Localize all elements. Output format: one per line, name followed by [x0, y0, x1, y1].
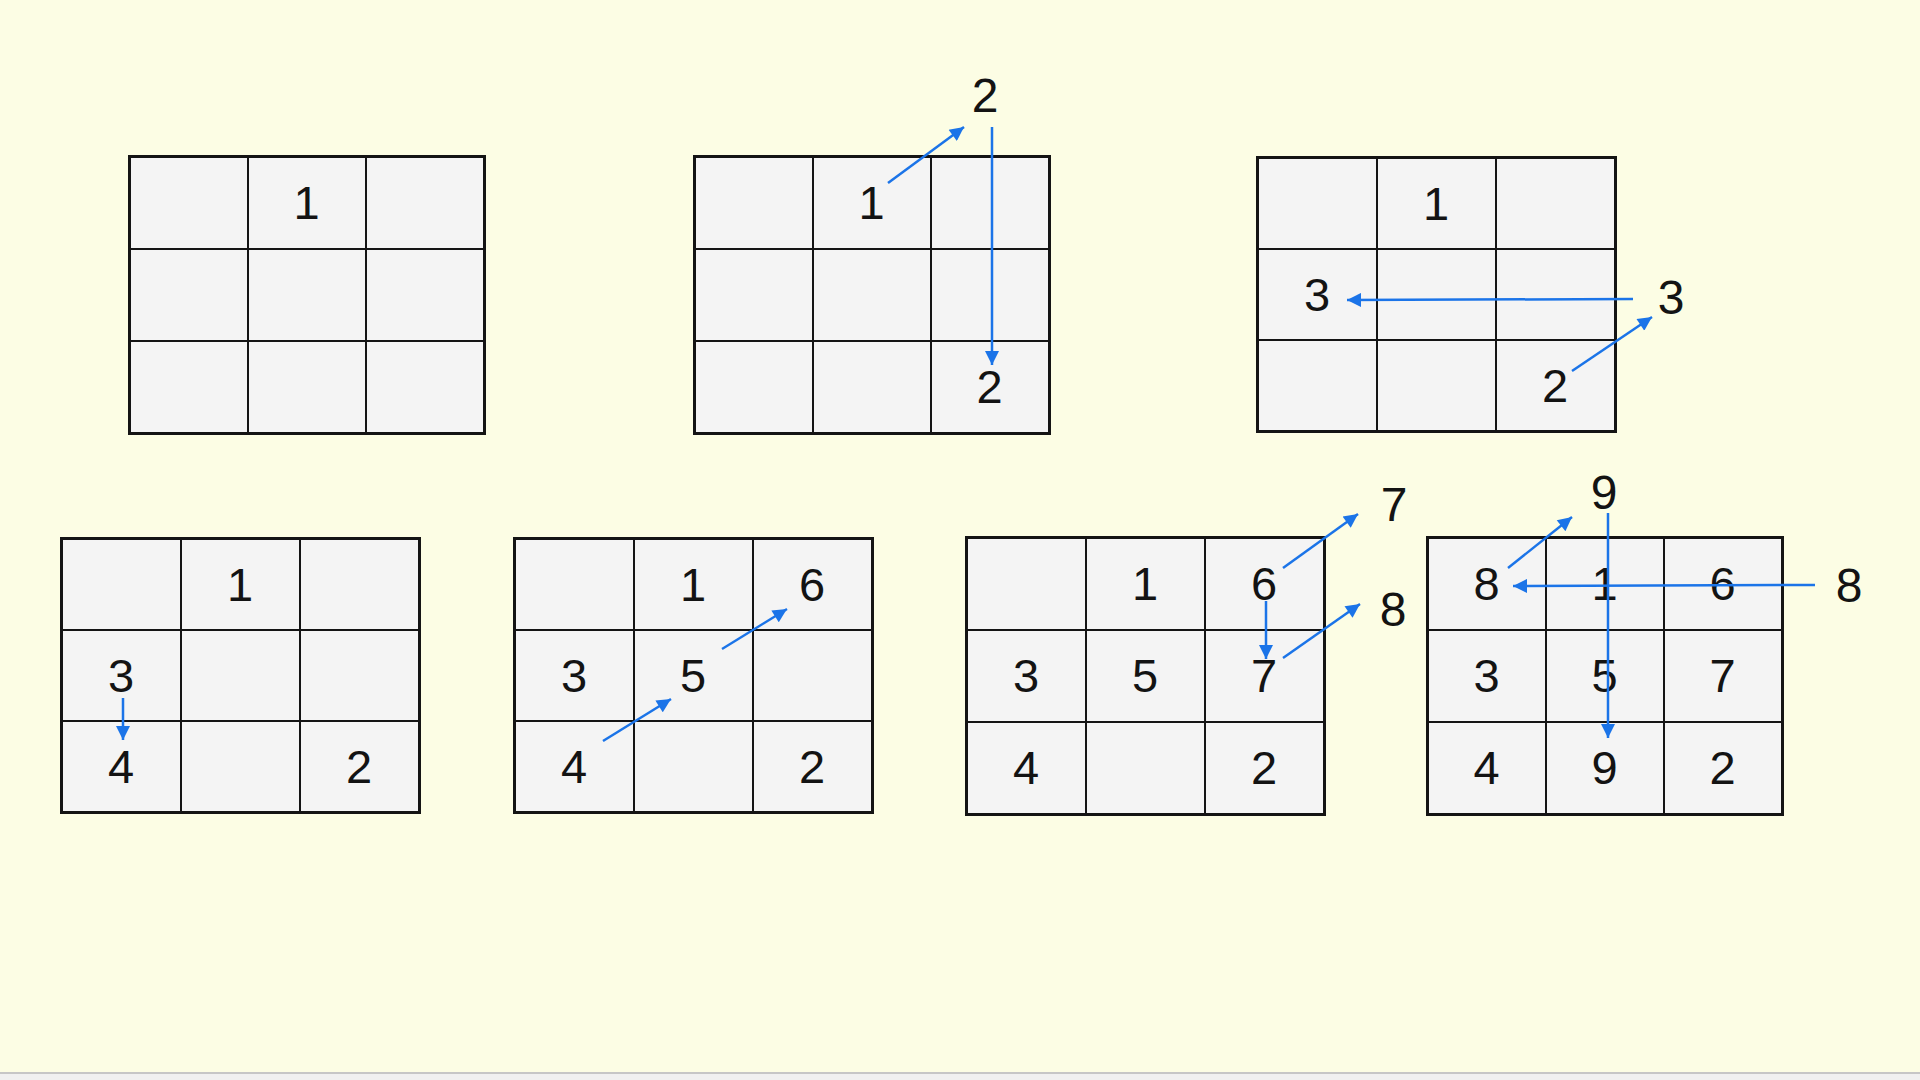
step-5-cell-r1c2: 1 — [634, 539, 753, 630]
cell-value: 5 — [680, 652, 706, 699]
step-5-cell-r2c1: 3 — [515, 630, 634, 721]
step-5-cell-r1c3: 6 — [753, 539, 872, 630]
step-4-cell-r1c2: 1 — [181, 539, 300, 630]
step-3-cell-r3c3: 2 — [1496, 340, 1615, 431]
cell-value: 2 — [976, 363, 1002, 410]
cell-value: 1 — [1132, 560, 1158, 607]
cell-value: 5 — [1591, 652, 1617, 699]
step-7-cell-r2c1: 3 — [1428, 630, 1546, 722]
grid-step-4: 1342 — [60, 537, 421, 814]
step-4-cell-r2c2 — [181, 630, 300, 721]
step-1-cell-r2c1 — [130, 249, 248, 341]
grid-step-6: 1635742 — [965, 536, 1326, 816]
step-1-cell-r2c2 — [248, 249, 366, 341]
cell-value: 2 — [799, 743, 825, 790]
step-3-cell-r1c1 — [1258, 158, 1377, 249]
step-3-cell-r1c3 — [1496, 158, 1615, 249]
step-4-cell-r1c3 — [300, 539, 419, 630]
step-3-cell-r3c2 — [1377, 340, 1496, 431]
step-5-cell-r3c2 — [634, 721, 753, 812]
step-2-cell-r2c3 — [931, 249, 1049, 341]
step-7-cell-r2c2: 5 — [1546, 630, 1664, 722]
cell-value: 4 — [561, 743, 587, 790]
step-1-cell-r3c2 — [248, 341, 366, 433]
step-4-cell-r3c3: 2 — [300, 721, 419, 812]
step-6-cell-r3c3: 2 — [1205, 722, 1324, 814]
cell-value: 7 — [1251, 652, 1277, 699]
step-7-cell-r1c1: 8 — [1428, 538, 1546, 630]
cell-value: 2 — [1542, 362, 1568, 409]
cell-value: 3 — [108, 652, 134, 699]
step-5-cell-r3c1: 4 — [515, 721, 634, 812]
cell-value: 4 — [1473, 744, 1499, 791]
step-2-cell-r2c1 — [695, 249, 813, 341]
step-6-outside-label-7: 7 — [1381, 481, 1408, 529]
cell-value: 5 — [1132, 652, 1158, 699]
step-1-cell-r3c3 — [366, 341, 484, 433]
step-6-cell-r2c2: 5 — [1086, 630, 1205, 722]
grid-step-3: 132 — [1256, 156, 1617, 433]
step-1-cell-r3c1 — [130, 341, 248, 433]
step-3-cell-r2c3 — [1496, 249, 1615, 340]
step-6-cell-r1c3: 6 — [1205, 538, 1324, 630]
cell-value: 1 — [680, 561, 706, 608]
cell-value: 1 — [227, 561, 253, 608]
step-5-cell-r2c3 — [753, 630, 872, 721]
step-5-cell-r3c3: 2 — [753, 721, 872, 812]
step-1-cell-r1c3 — [366, 157, 484, 249]
cell-value: 3 — [1304, 271, 1330, 318]
cell-value: 8 — [1473, 560, 1499, 607]
cell-value: 4 — [108, 743, 134, 790]
grid-step-7: 816357492 — [1426, 536, 1784, 816]
step-6-cell-r2c1: 3 — [967, 630, 1086, 722]
bottom-scrollbar-track[interactable] — [0, 1072, 1920, 1080]
step-7-outside-label-9: 9 — [1591, 469, 1618, 517]
step-1-cell-r2c3 — [366, 249, 484, 341]
cell-value: 2 — [1709, 744, 1735, 791]
cell-value: 1 — [1423, 180, 1449, 227]
cell-value: 7 — [1709, 652, 1735, 699]
cell-value: 1 — [858, 179, 884, 226]
step-7-cell-r3c3: 2 — [1664, 722, 1782, 814]
step-3-outside-label-3: 3 — [1658, 274, 1685, 322]
step-4-cell-r3c1: 4 — [62, 721, 181, 812]
cell-value: 2 — [1251, 744, 1277, 791]
step-7-cell-r3c2: 9 — [1546, 722, 1664, 814]
step-7-cell-r1c3: 6 — [1664, 538, 1782, 630]
cell-value: 2 — [346, 743, 372, 790]
step-3-cell-r2c2 — [1377, 249, 1496, 340]
step-2-cell-r1c3 — [931, 157, 1049, 249]
step-2-cell-r3c3: 2 — [931, 341, 1049, 433]
step-2-cell-r2c2 — [813, 249, 931, 341]
step-4-cell-r1c1 — [62, 539, 181, 630]
step-7-cell-r1c2: 1 — [1546, 538, 1664, 630]
step-6-cell-r3c2 — [1086, 722, 1205, 814]
cell-value: 6 — [1251, 560, 1277, 607]
cell-value: 1 — [293, 179, 319, 226]
cell-value: 3 — [561, 652, 587, 699]
cell-value: 4 — [1013, 744, 1039, 791]
cell-value: 9 — [1591, 744, 1617, 791]
grid-step-2: 12 — [693, 155, 1051, 435]
step-3-cell-r3c1 — [1258, 340, 1377, 431]
step-4-cell-r2c1: 3 — [62, 630, 181, 721]
grid-step-5: 163542 — [513, 537, 874, 814]
step-5-cell-r2c2: 5 — [634, 630, 753, 721]
step-6-cell-r1c2: 1 — [1086, 538, 1205, 630]
step-2-cell-r1c2: 1 — [813, 157, 931, 249]
cell-value: 3 — [1013, 652, 1039, 699]
cell-value: 6 — [1709, 560, 1735, 607]
step-6-outside-label-8: 8 — [1380, 586, 1407, 634]
step-2-outside-label-2: 2 — [972, 72, 999, 120]
step-6-cell-r1c1 — [967, 538, 1086, 630]
step-7-outside-label-8: 8 — [1836, 562, 1863, 610]
step-6-cell-r3c1: 4 — [967, 722, 1086, 814]
step-4-cell-r3c2 — [181, 721, 300, 812]
cell-value: 3 — [1473, 652, 1499, 699]
step-7-cell-r2c3: 7 — [1664, 630, 1782, 722]
step-1-cell-r1c2: 1 — [248, 157, 366, 249]
step-2-cell-r1c1 — [695, 157, 813, 249]
step-5-cell-r1c1 — [515, 539, 634, 630]
step-1-cell-r1c1 — [130, 157, 248, 249]
step-6-cell-r2c3: 7 — [1205, 630, 1324, 722]
step-2-cell-r3c1 — [695, 341, 813, 433]
magic-square-diagram: 11213213421635421635742816357492 237898 — [0, 0, 1920, 1080]
step-3-cell-r2c1: 3 — [1258, 249, 1377, 340]
cell-value: 1 — [1591, 560, 1617, 607]
step-7-cell-r3c1: 4 — [1428, 722, 1546, 814]
grid-step-1: 1 — [128, 155, 486, 435]
step-3-cell-r1c2: 1 — [1377, 158, 1496, 249]
cell-value: 6 — [799, 561, 825, 608]
step-4-cell-r2c3 — [300, 630, 419, 721]
step-2-cell-r3c2 — [813, 341, 931, 433]
